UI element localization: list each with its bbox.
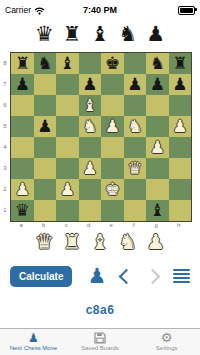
white-knight-piece: ♞: [82, 118, 97, 135]
black-pawn-piece: ♟: [172, 76, 187, 93]
square-e1[interactable]: [101, 200, 124, 221]
rank-label-2: 2: [0, 178, 10, 199]
white-pawn-piece: ♟: [82, 160, 97, 177]
square-a5[interactable]: [11, 116, 34, 137]
black-queen-piece: ♛: [15, 202, 30, 219]
tab-next-chess-move[interactable]: ♟ Next Chess Move: [0, 329, 67, 355]
square-g3[interactable]: [146, 158, 169, 179]
square-g8[interactable]: ♞: [146, 53, 169, 74]
white-queen-piece: ♛: [127, 160, 142, 177]
square-e6[interactable]: [101, 95, 124, 116]
square-c3[interactable]: [56, 158, 79, 179]
file-label-h: h: [168, 222, 191, 228]
rank-labels: 87654321: [0, 52, 10, 222]
file-labels: abcdefgh: [10, 222, 192, 228]
square-e3[interactable]: [101, 158, 124, 179]
square-g4[interactable]: ♟: [146, 137, 169, 158]
square-c2[interactable]: ♟: [56, 179, 79, 200]
square-a6[interactable]: [11, 95, 34, 116]
white-pawn-piece: ♟: [150, 139, 165, 156]
file-label-b: b: [33, 222, 56, 228]
square-f3[interactable]: ♛: [124, 158, 147, 179]
square-h1[interactable]: [169, 200, 192, 221]
pawn-icon: ♟: [28, 331, 39, 344]
black-pawn-piece: ♟: [150, 76, 165, 93]
square-d7[interactable]: ♟: [79, 74, 102, 95]
calculate-button[interactable]: Calculate: [10, 266, 72, 287]
white-tray-rook[interactable]: ♜: [63, 232, 82, 253]
chess-board: ♜♞♝♚♞♜♟♟♟♟♟♝♟♞♟♞♟♟♟♛♟♟♚♛♝: [10, 52, 192, 222]
rank-label-3: 3: [0, 157, 10, 178]
white-piece-tray: ♛♜♝♞♟: [0, 229, 200, 255]
square-e4[interactable]: [101, 137, 124, 158]
square-g7[interactable]: ♟: [146, 74, 169, 95]
square-d8[interactable]: [79, 53, 102, 74]
tab-saved-boards[interactable]: Saved Boards: [67, 329, 134, 355]
black-knight-piece: ♞: [150, 55, 165, 72]
black-tray-bishop[interactable]: ♝: [91, 24, 110, 45]
square-g1[interactable]: ♝: [146, 200, 169, 221]
black-tray-rook[interactable]: ♜: [63, 24, 82, 45]
square-h2[interactable]: [169, 179, 192, 200]
square-e2[interactable]: ♚: [101, 179, 124, 200]
previous-move-chevron-icon[interactable]: [119, 268, 135, 284]
white-king-piece: ♚: [105, 181, 120, 198]
square-a7[interactable]: ♟: [11, 74, 34, 95]
square-f8[interactable]: [124, 53, 147, 74]
clock: 7:40 PM: [0, 5, 200, 15]
square-c7[interactable]: [56, 74, 79, 95]
square-h5[interactable]: ♟: [169, 116, 192, 137]
square-a1[interactable]: ♛: [11, 200, 34, 221]
black-pawn-piece: ♟: [15, 76, 30, 93]
battery-icon: [178, 6, 195, 15]
square-c1[interactable]: [56, 200, 79, 221]
square-g2[interactable]: [146, 179, 169, 200]
menu-icon[interactable]: [173, 269, 190, 283]
square-f5[interactable]: ♞: [124, 116, 147, 137]
square-f1[interactable]: [124, 200, 147, 221]
white-pawn-piece: ♟: [15, 181, 30, 198]
square-f6[interactable]: [124, 95, 147, 116]
square-b3[interactable]: [34, 158, 57, 179]
square-d2[interactable]: [79, 179, 102, 200]
next-move-chevron-icon[interactable]: [145, 268, 161, 284]
square-e8[interactable]: ♚: [101, 53, 124, 74]
white-pawn-piece: ♟: [172, 118, 187, 135]
square-b7[interactable]: [34, 74, 57, 95]
white-tray-queen[interactable]: ♛: [35, 232, 54, 253]
black-bishop-piece: ♝: [150, 202, 165, 219]
controls-row: Calculate ♟: [0, 263, 200, 289]
square-c6[interactable]: [56, 95, 79, 116]
gear-icon: ⚙: [161, 331, 173, 344]
suggested-move-text: c8a6: [0, 303, 200, 317]
square-h7[interactable]: ♟: [169, 74, 192, 95]
square-b6[interactable]: [34, 95, 57, 116]
square-g6[interactable]: [146, 95, 169, 116]
file-label-g: g: [145, 222, 168, 228]
square-d4[interactable]: [79, 137, 102, 158]
square-h3[interactable]: [169, 158, 192, 179]
file-label-c: c: [55, 222, 78, 228]
square-e5[interactable]: ♟: [101, 116, 124, 137]
black-tray-pawn[interactable]: ♟: [146, 24, 165, 45]
square-h4[interactable]: [169, 137, 192, 158]
file-label-e: e: [100, 222, 123, 228]
square-a8[interactable]: ♜: [11, 53, 34, 74]
black-knight-piece: ♞: [37, 55, 52, 72]
white-pawn-piece: ♟: [60, 181, 75, 198]
black-tray-queen[interactable]: ♛: [35, 24, 54, 45]
side-to-move-pawn-icon[interactable]: ♟: [87, 266, 106, 287]
white-tray-knight[interactable]: ♞: [118, 232, 137, 253]
white-tray-pawn[interactable]: ♟: [146, 232, 165, 253]
black-pawn-piece: ♟: [37, 118, 52, 135]
square-a2[interactable]: ♟: [11, 179, 34, 200]
square-b4[interactable]: [34, 137, 57, 158]
square-h6[interactable]: [169, 95, 192, 116]
square-d3[interactable]: ♟: [79, 158, 102, 179]
square-b2[interactable]: [34, 179, 57, 200]
tab-settings[interactable]: ⚙ Settings: [133, 329, 200, 355]
file-label-d: d: [78, 222, 101, 228]
square-d6[interactable]: ♝: [79, 95, 102, 116]
black-king-piece: ♚: [105, 55, 120, 72]
black-bishop-piece: ♝: [60, 55, 75, 72]
rank-label-7: 7: [0, 73, 10, 94]
rank-label-6: 6: [0, 94, 10, 115]
white-bishop-piece: ♝: [82, 97, 97, 114]
white-pawn-piece: ♟: [105, 118, 120, 135]
rank-label-8: 8: [0, 52, 10, 73]
black-rook-piece: ♜: [172, 55, 187, 72]
square-c8[interactable]: ♝: [56, 53, 79, 74]
square-e7[interactable]: [101, 74, 124, 95]
rank-label-4: 4: [0, 136, 10, 157]
square-d5[interactable]: ♞: [79, 116, 102, 137]
black-pawn-piece: ♟: [82, 76, 97, 93]
save-icon: [94, 331, 106, 344]
square-a4[interactable]: [11, 137, 34, 158]
black-piece-tray: ♛♜♝♞♟: [0, 20, 200, 48]
square-a3[interactable]: [11, 158, 34, 179]
square-h8[interactable]: ♜: [169, 53, 192, 74]
square-b5[interactable]: ♟: [34, 116, 57, 137]
status-bar: Carrier 7:40 PM: [0, 0, 200, 20]
black-pawn-piece: ♟: [127, 76, 142, 93]
square-b8[interactable]: ♞: [34, 53, 57, 74]
square-g5[interactable]: [146, 116, 169, 137]
file-label-f: f: [123, 222, 146, 228]
black-tray-knight[interactable]: ♞: [118, 24, 137, 45]
square-c4[interactable]: [56, 137, 79, 158]
white-tray-bishop[interactable]: ♝: [91, 232, 110, 253]
square-f7[interactable]: ♟: [124, 74, 147, 95]
square-b1[interactable]: [34, 200, 57, 221]
square-d1[interactable]: [79, 200, 102, 221]
file-label-a: a: [10, 222, 33, 228]
square-f4[interactable]: [124, 137, 147, 158]
black-rook-piece: ♜: [15, 55, 30, 72]
rank-label-5: 5: [0, 115, 10, 136]
white-knight-piece: ♞: [127, 118, 142, 135]
square-c5[interactable]: [56, 116, 79, 137]
rank-label-1: 1: [0, 199, 10, 220]
tab-bar: ♟ Next Chess Move Saved Boards ⚙ Setting…: [0, 328, 200, 355]
square-f2[interactable]: [124, 179, 147, 200]
